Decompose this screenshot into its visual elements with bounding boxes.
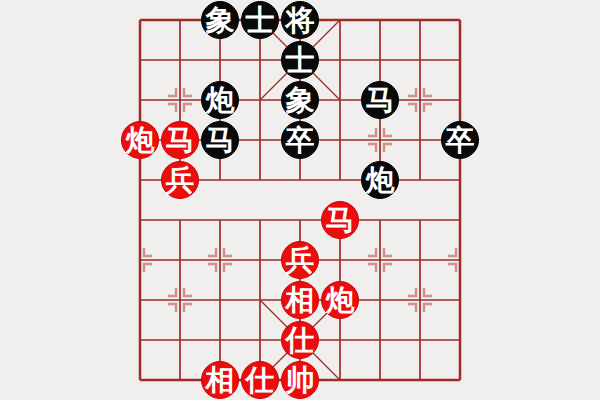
board-point-i2[interactable]: [440, 320, 480, 360]
board-point-b7[interactable]: 马: [160, 120, 200, 160]
board-point-i1[interactable]: [440, 360, 480, 400]
board-point-f6[interactable]: [320, 160, 360, 200]
board-point-h3[interactable]: [400, 280, 440, 320]
board-point-e4[interactable]: 兵: [280, 240, 320, 280]
board-point-i6[interactable]: [440, 160, 480, 200]
board-point-f4[interactable]: [320, 240, 360, 280]
board-point-f1[interactable]: [320, 360, 360, 400]
board-point-h9[interactable]: [400, 40, 440, 80]
board-point-e7[interactable]: 卒: [280, 120, 320, 160]
board-point-i4[interactable]: [440, 240, 480, 280]
board-point-h7[interactable]: [400, 120, 440, 160]
board-point-e9[interactable]: 士: [280, 40, 320, 80]
board-point-c1[interactable]: 相: [200, 360, 240, 400]
board-point-i8[interactable]: [440, 80, 480, 120]
board-point-c6[interactable]: [200, 160, 240, 200]
board-point-h8[interactable]: [400, 80, 440, 120]
piece-red-advisor[interactable]: 仕: [281, 321, 319, 359]
board-point-f3[interactable]: 炮: [320, 280, 360, 320]
board-point-b5[interactable]: [160, 200, 200, 240]
board-point-b4[interactable]: [160, 240, 200, 280]
board-point-c8[interactable]: 炮: [200, 80, 240, 120]
board-point-f7[interactable]: [320, 120, 360, 160]
board-point-d4[interactable]: [240, 240, 280, 280]
board-point-c4[interactable]: [200, 240, 240, 280]
board-point-i9[interactable]: [440, 40, 480, 80]
board-point-g1[interactable]: [360, 360, 400, 400]
board-point-g7[interactable]: [360, 120, 400, 160]
piece-black-advisor[interactable]: 士: [241, 1, 279, 39]
piece-black-cannon[interactable]: 炮: [201, 81, 239, 119]
board-point-d6[interactable]: [240, 160, 280, 200]
board-point-b8[interactable]: [160, 80, 200, 120]
board-point-c3[interactable]: [200, 280, 240, 320]
board-point-c10[interactable]: 象: [200, 0, 240, 40]
board-point-e1[interactable]: 帅: [280, 360, 320, 400]
piece-black-elephant[interactable]: 象: [201, 1, 239, 39]
board-grid: 象士将士炮象马炮马马卒卒兵炮马兵相炮仕相仕帅: [120, 0, 480, 400]
board-point-g10[interactable]: [360, 0, 400, 40]
board-point-d3[interactable]: [240, 280, 280, 320]
board-point-f10[interactable]: [320, 0, 360, 40]
piece-red-cannon[interactable]: 炮: [321, 281, 359, 319]
board-point-a2[interactable]: [120, 320, 160, 360]
xiangqi-board: 象士将士炮象马炮马马卒卒兵炮马兵相炮仕相仕帅: [0, 0, 600, 400]
piece-red-elephant[interactable]: 相: [201, 361, 239, 399]
board-point-f2[interactable]: [320, 320, 360, 360]
piece-red-advisor[interactable]: 仕: [241, 361, 279, 399]
board-point-b3[interactable]: [160, 280, 200, 320]
board-point-c7[interactable]: 马: [200, 120, 240, 160]
board-point-e10[interactable]: 将: [280, 0, 320, 40]
board-point-e5[interactable]: [280, 200, 320, 240]
board-point-e6[interactable]: [280, 160, 320, 200]
board-point-h5[interactable]: [400, 200, 440, 240]
board-point-b9[interactable]: [160, 40, 200, 80]
board-point-e3[interactable]: 相: [280, 280, 320, 320]
board-point-d5[interactable]: [240, 200, 280, 240]
board-point-d2[interactable]: [240, 320, 280, 360]
board-point-f8[interactable]: [320, 80, 360, 120]
board-point-c2[interactable]: [200, 320, 240, 360]
board-point-e8[interactable]: 象: [280, 80, 320, 120]
board-point-h1[interactable]: [400, 360, 440, 400]
board-point-i7[interactable]: 卒: [440, 120, 480, 160]
board-point-c5[interactable]: [200, 200, 240, 240]
board-point-i10[interactable]: [440, 0, 480, 40]
board-point-a10[interactable]: [120, 0, 160, 40]
piece-black-horse[interactable]: 马: [361, 81, 399, 119]
board-point-d7[interactable]: [240, 120, 280, 160]
piece-red-elephant[interactable]: 相: [281, 281, 319, 319]
board-point-a7[interactable]: 炮: [120, 120, 160, 160]
board-point-h6[interactable]: [400, 160, 440, 200]
board-point-b1[interactable]: [160, 360, 200, 400]
board-point-a6[interactable]: [120, 160, 160, 200]
board-point-h2[interactable]: [400, 320, 440, 360]
piece-black-elephant[interactable]: 象: [281, 81, 319, 119]
board-point-g3[interactable]: [360, 280, 400, 320]
board-point-i5[interactable]: [440, 200, 480, 240]
board-point-a3[interactable]: [120, 280, 160, 320]
piece-red-general[interactable]: 帅: [281, 361, 319, 399]
board-point-d9[interactable]: [240, 40, 280, 80]
board-point-g4[interactable]: [360, 240, 400, 280]
piece-red-horse[interactable]: 马: [321, 201, 359, 239]
board-point-h4[interactable]: [400, 240, 440, 280]
board-point-a8[interactable]: [120, 80, 160, 120]
board-point-f9[interactable]: [320, 40, 360, 80]
piece-red-soldier[interactable]: 兵: [161, 161, 199, 199]
piece-red-horse[interactable]: 马: [161, 121, 199, 159]
board-point-c9[interactable]: [200, 40, 240, 80]
board-point-b10[interactable]: [160, 0, 200, 40]
piece-black-advisor[interactable]: 士: [281, 41, 319, 79]
piece-black-horse[interactable]: 马: [201, 121, 239, 159]
board-point-d10[interactable]: 士: [240, 0, 280, 40]
board-point-b2[interactable]: [160, 320, 200, 360]
board-point-e2[interactable]: 仕: [280, 320, 320, 360]
board-point-a9[interactable]: [120, 40, 160, 80]
board-point-g5[interactable]: [360, 200, 400, 240]
board-point-g9[interactable]: [360, 40, 400, 80]
piece-red-soldier[interactable]: 兵: [281, 241, 319, 279]
piece-black-cannon[interactable]: 炮: [361, 161, 399, 199]
board-point-h10[interactable]: [400, 0, 440, 40]
board-point-d1[interactable]: 仕: [240, 360, 280, 400]
board-point-g2[interactable]: [360, 320, 400, 360]
piece-black-soldier[interactable]: 卒: [281, 121, 319, 159]
board-point-a4[interactable]: [120, 240, 160, 280]
board-point-d8[interactable]: [240, 80, 280, 120]
piece-black-general[interactable]: 将: [281, 1, 319, 39]
board-point-a5[interactable]: [120, 200, 160, 240]
board-point-a1[interactable]: [120, 360, 160, 400]
board-point-b6[interactable]: 兵: [160, 160, 200, 200]
board-point-f5[interactable]: 马: [320, 200, 360, 240]
board-point-g8[interactable]: 马: [360, 80, 400, 120]
board-point-i3[interactable]: [440, 280, 480, 320]
piece-red-cannon[interactable]: 炮: [121, 121, 159, 159]
board-point-g6[interactable]: 炮: [360, 160, 400, 200]
piece-black-soldier[interactable]: 卒: [441, 121, 479, 159]
